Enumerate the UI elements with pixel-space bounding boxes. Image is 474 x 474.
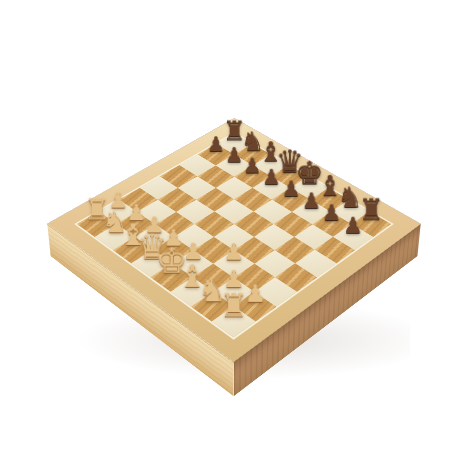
black-pawn[interactable]: ♟: [343, 216, 363, 237]
black-pawn[interactable]: ♟: [262, 168, 281, 188]
product-photo-scene: ♜♞♝♛♚♝♞♜♟♟♟♟♟♟♟♟♟♟♟♟♟♟♟♟♜♞♝♛♚♝♞♜: [0, 0, 474, 474]
black-pawn[interactable]: ♟: [322, 203, 342, 224]
black-pawn[interactable]: ♟: [243, 157, 262, 177]
black-pawn[interactable]: ♟: [282, 179, 301, 199]
white-pawn[interactable]: ♟: [224, 242, 245, 264]
black-pawn[interactable]: ♟: [225, 146, 243, 166]
black-pawn[interactable]: ♟: [207, 135, 225, 154]
square-g5[interactable]: [274, 237, 314, 264]
white-rook[interactable]: ♜: [219, 291, 248, 322]
black-pawn[interactable]: ♟: [302, 191, 321, 212]
